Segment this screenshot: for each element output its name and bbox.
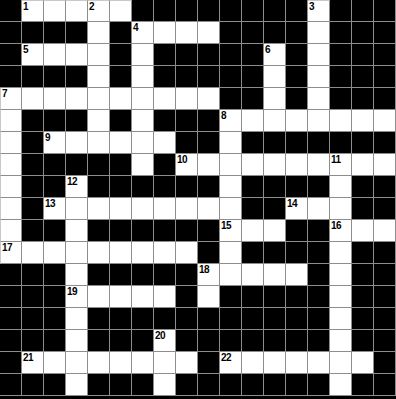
black-cell-r0-c9 (198, 0, 220, 22)
crossword-board: 12345678910111213141516171819202122 (0, 0, 396, 399)
white-cell-r16-c4[interactable] (88, 352, 110, 374)
black-cell-r1-c1 (22, 22, 44, 44)
white-cell-r5-c17[interactable] (374, 110, 396, 132)
black-cell-r1-c5 (110, 22, 132, 44)
white-cell-r12-c10[interactable] (220, 264, 242, 286)
black-cell-r7-c2 (44, 154, 66, 176)
white-cell-r6-c0[interactable] (0, 132, 22, 154)
black-cell-r12-c16 (352, 264, 374, 286)
white-cell-r11-c2[interactable] (44, 242, 66, 264)
white-cell-r5-c0[interactable] (0, 110, 22, 132)
black-cell-r0-c16 (352, 0, 374, 22)
black-cell-r2-c7 (154, 44, 176, 66)
black-cell-r8-c8 (176, 176, 198, 198)
clue-number-14: 14 (287, 198, 297, 209)
white-cell-r14-c3[interactable] (66, 308, 88, 330)
white-cell-r8-c10[interactable] (220, 176, 242, 198)
white-cell-r10-c16[interactable] (352, 220, 374, 242)
black-cell-r9-c16 (352, 198, 374, 220)
white-cell-r16-c7[interactable] (154, 352, 176, 374)
white-cell-r16-c10[interactable]: 22 (220, 352, 242, 374)
black-cell-r15-c9 (198, 330, 220, 352)
white-cell-r16-c11[interactable] (242, 352, 264, 374)
black-cell-r8-c11 (242, 176, 264, 198)
white-cell-r13-c9[interactable] (198, 286, 220, 308)
white-cell-r0-c14[interactable]: 3 (308, 0, 330, 22)
black-cell-r9-c11 (242, 198, 264, 220)
white-cell-r17-c15[interactable] (330, 374, 352, 396)
white-cell-r0-c2[interactable] (44, 0, 66, 22)
black-cell-r6-c17 (374, 132, 396, 154)
white-cell-r0-c1[interactable]: 1 (22, 0, 44, 22)
white-cell-r1-c7[interactable] (154, 22, 176, 44)
white-cell-r1-c9[interactable] (198, 22, 220, 44)
white-cell-r7-c8[interactable]: 10 (176, 154, 198, 176)
black-cell-r7-c1 (22, 154, 44, 176)
white-cell-r11-c7[interactable] (154, 242, 176, 264)
white-cell-r2-c3[interactable] (66, 44, 88, 66)
black-cell-r3-c11 (242, 66, 264, 88)
black-cell-r10-c4 (88, 220, 110, 242)
crossword-grid: 12345678910111213141516171819202122 (0, 0, 396, 396)
white-cell-r4-c1[interactable] (22, 88, 44, 110)
white-cell-r4-c6[interactable] (132, 88, 154, 110)
white-cell-r6-c6[interactable] (132, 132, 154, 154)
white-cell-r4-c14[interactable] (308, 88, 330, 110)
white-cell-r9-c14[interactable] (308, 198, 330, 220)
black-cell-r2-c5 (110, 44, 132, 66)
clue-number-13: 13 (45, 198, 55, 209)
white-cell-r9-c4[interactable] (88, 198, 110, 220)
black-cell-r0-c8 (176, 0, 198, 22)
black-cell-r14-c17 (374, 308, 396, 330)
black-cell-r4-c13 (286, 88, 308, 110)
black-cell-r10-c7 (154, 220, 176, 242)
white-cell-r2-c1[interactable]: 5 (22, 44, 44, 66)
white-cell-r3-c12[interactable] (264, 66, 286, 88)
black-cell-r12-c7 (154, 264, 176, 286)
white-cell-r2-c2[interactable] (44, 44, 66, 66)
white-cell-r5-c13[interactable] (286, 110, 308, 132)
black-cell-r13-c11 (242, 286, 264, 308)
black-cell-r3-c1 (22, 66, 44, 88)
black-cell-r0-c10 (220, 0, 242, 22)
white-cell-r6-c7[interactable] (154, 132, 176, 154)
black-cell-r13-c13 (286, 286, 308, 308)
black-cell-r14-c6 (132, 308, 154, 330)
black-cell-r6-c16 (352, 132, 374, 154)
white-cell-r8-c0[interactable] (0, 176, 22, 198)
black-cell-r1-c16 (352, 22, 374, 44)
black-cell-r17-c14 (308, 374, 330, 396)
white-cell-r10-c12[interactable] (264, 220, 286, 242)
white-cell-r7-c14[interactable] (308, 154, 330, 176)
black-cell-r11-c12 (264, 242, 286, 264)
black-cell-r17-c4 (88, 374, 110, 396)
white-cell-r9-c13[interactable]: 14 (286, 198, 308, 220)
white-cell-r6-c10[interactable] (220, 132, 242, 154)
white-cell-r7-c16[interactable] (352, 154, 374, 176)
white-cell-r5-c6[interactable] (132, 110, 154, 132)
clue-number-3: 3 (309, 1, 314, 12)
black-cell-r10-c6 (132, 220, 154, 242)
black-cell-r2-c0 (0, 44, 22, 66)
white-cell-r4-c0[interactable]: 7 (0, 88, 22, 110)
white-cell-r10-c17[interactable] (374, 220, 396, 242)
black-cell-r4-c16 (352, 88, 374, 110)
white-cell-r11-c10[interactable] (220, 242, 242, 264)
black-cell-r6-c11 (242, 132, 264, 154)
black-cell-r8-c13 (286, 176, 308, 198)
white-cell-r11-c1[interactable] (22, 242, 44, 264)
white-cell-r11-c3[interactable] (66, 242, 88, 264)
white-cell-r5-c12[interactable] (264, 110, 286, 132)
black-cell-r14-c7 (154, 308, 176, 330)
white-cell-r12-c9[interactable]: 18 (198, 264, 220, 286)
black-cell-r14-c9 (198, 308, 220, 330)
black-cell-r13-c10 (220, 286, 242, 308)
black-cell-r10-c13 (286, 220, 308, 242)
white-cell-r16-c13[interactable] (286, 352, 308, 374)
black-cell-r8-c16 (352, 176, 374, 198)
white-cell-r9-c0[interactable] (0, 198, 22, 220)
white-cell-r2-c6[interactable] (132, 44, 154, 66)
white-cell-r7-c17[interactable] (374, 154, 396, 176)
clue-number-1: 1 (23, 1, 28, 12)
clue-number-7: 7 (2, 88, 7, 99)
white-cell-r5-c14[interactable] (308, 110, 330, 132)
white-cell-r3-c4[interactable] (88, 66, 110, 88)
white-cell-r7-c6[interactable] (132, 154, 154, 176)
black-cell-r5-c7 (154, 110, 176, 132)
black-cell-r8-c1 (22, 176, 44, 198)
white-cell-r13-c3[interactable]: 19 (66, 286, 88, 308)
white-cell-r6-c3[interactable] (66, 132, 88, 154)
black-cell-r8-c2 (44, 176, 66, 198)
black-cell-r15-c17 (374, 330, 396, 352)
black-cell-r8-c4 (88, 176, 110, 198)
black-cell-r7-c5 (110, 154, 132, 176)
black-cell-r13-c1 (22, 286, 44, 308)
black-cell-r4-c10 (220, 88, 242, 110)
white-cell-r13-c15[interactable] (330, 286, 352, 308)
white-cell-r10-c10[interactable]: 15 (220, 220, 242, 242)
black-cell-r2-c13 (286, 44, 308, 66)
white-cell-r11-c5[interactable] (110, 242, 132, 264)
white-cell-r2-c4[interactable] (88, 44, 110, 66)
black-cell-r16-c17 (374, 352, 396, 374)
black-cell-r3-c7 (154, 66, 176, 88)
white-cell-r16-c8[interactable] (176, 352, 198, 374)
white-cell-r0-c5[interactable] (110, 0, 132, 22)
black-cell-r2-c11 (242, 44, 264, 66)
black-cell-r2-c16 (352, 44, 374, 66)
black-cell-r14-c4 (88, 308, 110, 330)
white-cell-r9-c8[interactable] (176, 198, 198, 220)
black-cell-r11-c17 (374, 242, 396, 264)
black-cell-r15-c16 (352, 330, 374, 352)
black-cell-r14-c1 (22, 308, 44, 330)
black-cell-r7-c4 (88, 154, 110, 176)
black-cell-r12-c4 (88, 264, 110, 286)
black-cell-r1-c17 (374, 22, 396, 44)
white-cell-r11-c0[interactable]: 17 (0, 242, 22, 264)
black-cell-r17-c17 (374, 374, 396, 396)
black-cell-r13-c12 (264, 286, 286, 308)
white-cell-r1-c6[interactable]: 4 (132, 22, 154, 44)
white-cell-r8-c3[interactable]: 12 (66, 176, 88, 198)
black-cell-r10-c14 (308, 220, 330, 242)
white-cell-r15-c3[interactable] (66, 330, 88, 352)
black-cell-r15-c11 (242, 330, 264, 352)
black-cell-r8-c6 (132, 176, 154, 198)
black-cell-r13-c14 (308, 286, 330, 308)
black-cell-r9-c1 (22, 198, 44, 220)
black-cell-r12-c6 (132, 264, 154, 286)
clue-number-15: 15 (221, 220, 231, 231)
black-cell-r2-c9 (198, 44, 220, 66)
black-cell-r10-c1 (22, 220, 44, 242)
black-cell-r10-c8 (176, 220, 198, 242)
white-cell-r17-c3[interactable] (66, 374, 88, 396)
white-cell-r9-c2[interactable]: 13 (44, 198, 66, 220)
black-cell-r8-c12 (264, 176, 286, 198)
black-cell-r17-c13 (286, 374, 308, 396)
white-cell-r2-c14[interactable] (308, 44, 330, 66)
white-cell-r4-c9[interactable] (198, 88, 220, 110)
white-cell-r11-c15[interactable] (330, 242, 352, 264)
black-cell-r17-c9 (198, 374, 220, 396)
black-cell-r1-c0 (0, 22, 22, 44)
white-cell-r16-c14[interactable] (308, 352, 330, 374)
black-cell-r13-c0 (0, 286, 22, 308)
white-cell-r4-c2[interactable] (44, 88, 66, 110)
white-cell-r12-c12[interactable] (264, 264, 286, 286)
white-cell-r5-c15[interactable] (330, 110, 352, 132)
black-cell-r14-c11 (242, 308, 264, 330)
black-cell-r12-c17 (374, 264, 396, 286)
black-cell-r17-c10 (220, 374, 242, 396)
white-cell-r3-c14[interactable] (308, 66, 330, 88)
clue-number-16: 16 (331, 220, 341, 231)
black-cell-r3-c17 (374, 66, 396, 88)
white-cell-r13-c6[interactable] (132, 286, 154, 308)
black-cell-r1-c2 (44, 22, 66, 44)
black-cell-r3-c3 (66, 66, 88, 88)
white-cell-r13-c5[interactable] (110, 286, 132, 308)
black-cell-r1-c13 (286, 22, 308, 44)
black-cell-r14-c16 (352, 308, 374, 330)
white-cell-r10-c11[interactable] (242, 220, 264, 242)
black-cell-r12-c8 (176, 264, 198, 286)
white-cell-r7-c15[interactable]: 11 (330, 154, 352, 176)
clue-number-22: 22 (221, 352, 231, 363)
white-cell-r9-c6[interactable] (132, 198, 154, 220)
white-cell-r11-c4[interactable] (88, 242, 110, 264)
black-cell-r17-c12 (264, 374, 286, 396)
white-cell-r7-c11[interactable] (242, 154, 264, 176)
white-cell-r9-c5[interactable] (110, 198, 132, 220)
white-cell-r13-c7[interactable] (154, 286, 176, 308)
white-cell-r12-c11[interactable] (242, 264, 264, 286)
black-cell-r5-c2 (44, 110, 66, 132)
white-cell-r4-c7[interactable] (154, 88, 176, 110)
black-cell-r17-c16 (352, 374, 374, 396)
black-cell-r9-c12 (264, 198, 286, 220)
white-cell-r2-c12[interactable]: 6 (264, 44, 286, 66)
white-cell-r17-c7[interactable] (154, 374, 176, 396)
black-cell-r6-c12 (264, 132, 286, 154)
black-cell-r15-c12 (264, 330, 286, 352)
black-cell-r1-c3 (66, 22, 88, 44)
white-cell-r1-c8[interactable] (176, 22, 198, 44)
black-cell-r3-c5 (110, 66, 132, 88)
white-cell-r15-c15[interactable] (330, 330, 352, 352)
white-cell-r15-c7[interactable]: 20 (154, 330, 176, 352)
white-cell-r0-c4[interactable]: 2 (88, 0, 110, 22)
clue-number-21: 21 (23, 352, 33, 363)
black-cell-r1-c11 (242, 22, 264, 44)
black-cell-r6-c14 (308, 132, 330, 154)
black-cell-r13-c2 (44, 286, 66, 308)
black-cell-r3-c9 (198, 66, 220, 88)
white-cell-r13-c4[interactable] (88, 286, 110, 308)
black-cell-r17-c8 (176, 374, 198, 396)
clue-number-9: 9 (45, 132, 50, 143)
clue-number-18: 18 (199, 264, 209, 275)
white-cell-r16-c3[interactable] (66, 352, 88, 374)
black-cell-r9-c17 (374, 198, 396, 220)
black-cell-r8-c14 (308, 176, 330, 198)
black-cell-r6-c15 (330, 132, 352, 154)
white-cell-r10-c3[interactable] (66, 220, 88, 242)
black-cell-r7-c7 (154, 154, 176, 176)
white-cell-r7-c10[interactable] (220, 154, 242, 176)
black-cell-r3-c13 (286, 66, 308, 88)
black-cell-r12-c14 (308, 264, 330, 286)
white-cell-r16-c5[interactable] (110, 352, 132, 374)
black-cell-r0-c6 (132, 0, 154, 22)
white-cell-r6-c4[interactable] (88, 132, 110, 154)
black-cell-r14-c2 (44, 308, 66, 330)
clue-number-8: 8 (221, 110, 226, 121)
black-cell-r2-c8 (176, 44, 198, 66)
white-cell-r11-c8[interactable] (176, 242, 198, 264)
black-cell-r12-c5 (110, 264, 132, 286)
white-cell-r7-c0[interactable] (0, 154, 22, 176)
white-cell-r9-c7[interactable] (154, 198, 176, 220)
white-cell-r16-c15[interactable] (330, 352, 352, 374)
white-cell-r5-c10[interactable]: 8 (220, 110, 242, 132)
white-cell-r4-c5[interactable] (110, 88, 132, 110)
white-cell-r5-c16[interactable] (352, 110, 374, 132)
white-cell-r0-c3[interactable] (66, 0, 88, 22)
black-cell-r0-c12 (264, 0, 286, 22)
white-cell-r16-c2[interactable] (44, 352, 66, 374)
black-cell-r11-c16 (352, 242, 374, 264)
white-cell-r9-c10[interactable] (220, 198, 242, 220)
white-cell-r14-c15[interactable] (330, 308, 352, 330)
white-cell-r11-c6[interactable] (132, 242, 154, 264)
black-cell-r12-c1 (22, 264, 44, 286)
black-cell-r13-c8 (176, 286, 198, 308)
black-cell-r11-c14 (308, 242, 330, 264)
white-cell-r6-c2[interactable]: 9 (44, 132, 66, 154)
white-cell-r4-c8[interactable] (176, 88, 198, 110)
white-cell-r9-c3[interactable] (66, 198, 88, 220)
black-cell-r15-c13 (286, 330, 308, 352)
white-cell-r9-c9[interactable] (198, 198, 220, 220)
black-cell-r14-c5 (110, 308, 132, 330)
black-cell-r8-c7 (154, 176, 176, 198)
black-cell-r0-c7 (154, 0, 176, 22)
black-cell-r15-c6 (132, 330, 154, 352)
black-cell-r15-c4 (88, 330, 110, 352)
black-cell-r3-c0 (0, 66, 22, 88)
white-cell-r4-c4[interactable] (88, 88, 110, 110)
black-cell-r6-c9 (198, 132, 220, 154)
clue-number-2: 2 (89, 1, 94, 12)
black-cell-r1-c15 (330, 22, 352, 44)
white-cell-r7-c9[interactable] (198, 154, 220, 176)
black-cell-r3-c16 (352, 66, 374, 88)
white-cell-r16-c12[interactable] (264, 352, 286, 374)
black-cell-r15-c1 (22, 330, 44, 352)
black-cell-r3-c2 (44, 66, 66, 88)
black-cell-r0-c17 (374, 0, 396, 22)
white-cell-r4-c3[interactable] (66, 88, 88, 110)
clue-number-12: 12 (67, 176, 77, 187)
black-cell-r16-c9 (198, 352, 220, 374)
black-cell-r14-c0 (0, 308, 22, 330)
clue-number-19: 19 (67, 286, 77, 297)
white-cell-r9-c15[interactable] (330, 198, 352, 220)
white-cell-r5-c11[interactable] (242, 110, 264, 132)
white-cell-r12-c15[interactable] (330, 264, 352, 286)
white-cell-r3-c6[interactable] (132, 66, 154, 88)
black-cell-r14-c8 (176, 308, 198, 330)
black-cell-r4-c15 (330, 88, 352, 110)
white-cell-r10-c0[interactable] (0, 220, 22, 242)
white-cell-r1-c14[interactable] (308, 22, 330, 44)
black-cell-r4-c17 (374, 88, 396, 110)
black-cell-r2-c17 (374, 44, 396, 66)
white-cell-r10-c15[interactable]: 16 (330, 220, 352, 242)
white-cell-r16-c1[interactable]: 21 (22, 352, 44, 374)
black-cell-r15-c5 (110, 330, 132, 352)
white-cell-r16-c6[interactable] (132, 352, 154, 374)
white-cell-r12-c3[interactable] (66, 264, 88, 286)
black-cell-r17-c1 (22, 374, 44, 396)
white-cell-r16-c16[interactable] (352, 352, 374, 374)
black-cell-r15-c0 (0, 330, 22, 352)
white-cell-r4-c12[interactable] (264, 88, 286, 110)
white-cell-r7-c12[interactable] (264, 154, 286, 176)
black-cell-r15-c8 (176, 330, 198, 352)
white-cell-r6-c5[interactable] (110, 132, 132, 154)
white-cell-r12-c13[interactable] (286, 264, 308, 286)
white-cell-r1-c4[interactable] (88, 22, 110, 44)
white-cell-r7-c13[interactable] (286, 154, 308, 176)
clue-number-10: 10 (177, 154, 187, 165)
white-cell-r5-c4[interactable] (88, 110, 110, 132)
black-cell-r10-c5 (110, 220, 132, 242)
black-cell-r14-c10 (220, 308, 242, 330)
white-cell-r8-c15[interactable] (330, 176, 352, 198)
black-cell-r17-c5 (110, 374, 132, 396)
clue-number-4: 4 (133, 22, 138, 33)
black-cell-r15-c14 (308, 330, 330, 352)
